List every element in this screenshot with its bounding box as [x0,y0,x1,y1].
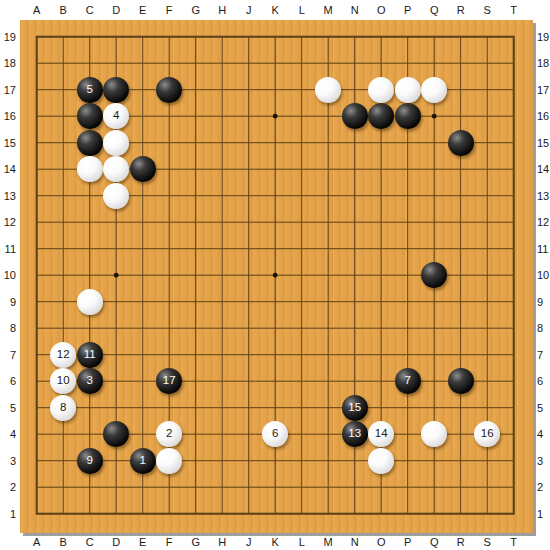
stone-black-N5: 15 [342,395,368,421]
stone-black-C16 [77,103,103,129]
column-label-bottom-O: O [371,535,391,549]
row-label-right-19: 19 [537,30,550,44]
column-label-bottom-T: T [504,535,524,549]
move-number: 9 [86,455,92,467]
stone-black-P16 [395,103,421,129]
stone-white-S4: 16 [474,421,500,447]
column-label-top-D: D [106,3,126,17]
row-label-left-12: 12 [0,215,16,229]
row-label-right-9: 9 [537,295,550,309]
row-label-right-4: 4 [537,427,550,441]
row-label-left-3: 3 [0,454,16,468]
row-label-right-6: 6 [537,374,550,388]
stone-white-P17 [395,77,421,103]
column-label-top-A: A [27,3,47,17]
column-label-top-G: G [186,3,206,17]
column-label-bottom-E: E [133,535,153,549]
stone-black-P6: 7 [395,368,421,394]
column-label-bottom-K: K [265,535,285,549]
column-label-bottom-C: C [80,535,100,549]
stone-black-R6 [448,368,474,394]
column-label-top-R: R [451,3,471,17]
column-label-top-E: E [133,3,153,17]
row-label-right-18: 18 [537,56,550,70]
row-label-left-9: 9 [0,295,16,309]
column-label-top-M: M [318,3,338,17]
stone-white-D13 [103,183,129,209]
row-label-left-13: 13 [0,189,16,203]
stone-black-C6: 3 [77,368,103,394]
stone-black-Q10 [421,262,447,288]
move-number: 10 [57,375,70,387]
row-label-left-11: 11 [0,242,16,256]
go-diagram: 5717113911513412108261416 AABBCCDDEEFFGG… [0,0,550,550]
stone-black-D17 [103,77,129,103]
row-label-left-2: 2 [0,480,16,494]
move-number: 5 [86,84,92,96]
row-label-left-15: 15 [0,136,16,150]
move-number: 15 [348,402,361,414]
stone-white-F4: 2 [156,421,182,447]
move-number: 11 [84,349,96,361]
stone-white-O4: 14 [368,421,394,447]
row-label-right-2: 2 [537,480,550,494]
stone-black-R15 [448,130,474,156]
column-label-top-C: C [80,3,100,17]
move-number: 17 [163,375,176,387]
move-number: 14 [375,428,388,440]
column-label-bottom-R: R [451,535,471,549]
column-label-bottom-A: A [27,535,47,549]
stone-white-O17 [368,77,394,103]
move-number: 3 [86,375,92,387]
go-board: 5717113911513412108261416 [20,20,533,533]
column-label-top-O: O [371,3,391,17]
column-label-top-T: T [504,3,524,17]
move-number: 8 [60,402,66,414]
move-number: 12 [57,349,70,361]
move-number: 4 [113,110,119,122]
row-label-left-19: 19 [0,30,16,44]
stone-white-Q4 [421,421,447,447]
stone-white-F3 [156,448,182,474]
row-label-left-7: 7 [0,348,16,362]
column-label-bottom-N: N [345,535,365,549]
row-label-left-16: 16 [0,109,16,123]
column-label-top-S: S [477,3,497,17]
column-label-bottom-D: D [106,535,126,549]
stone-black-N4: 13 [342,421,368,447]
column-label-bottom-M: M [318,535,338,549]
column-label-top-H: H [212,3,232,17]
row-label-right-13: 13 [537,189,550,203]
stone-black-F6: 17 [156,368,182,394]
stone-white-Q17 [421,77,447,103]
stone-white-C14 [77,156,103,182]
stone-white-D14 [103,156,129,182]
stone-white-D16: 4 [103,103,129,129]
column-label-top-P: P [398,3,418,17]
column-label-top-L: L [292,3,312,17]
move-number: 2 [166,428,172,440]
move-number: 7 [404,375,410,387]
stone-black-N16 [342,103,368,129]
stone-white-K4: 6 [262,421,288,447]
row-label-right-1: 1 [537,507,550,521]
row-label-right-14: 14 [537,162,550,176]
row-label-right-17: 17 [537,83,550,97]
row-label-right-5: 5 [537,401,550,415]
move-number: 13 [348,428,361,440]
row-label-right-3: 3 [537,454,550,468]
row-label-right-16: 16 [537,109,550,123]
row-label-right-15: 15 [537,136,550,150]
row-label-right-8: 8 [537,321,550,335]
column-label-bottom-J: J [239,535,259,549]
column-label-top-N: N [345,3,365,17]
stone-white-O3 [368,448,394,474]
stone-black-E14 [130,156,156,182]
stone-white-B6: 10 [50,368,76,394]
column-label-bottom-H: H [212,535,232,549]
move-number: 16 [481,428,494,440]
row-label-left-4: 4 [0,427,16,441]
row-label-left-5: 5 [0,401,16,415]
row-label-left-6: 6 [0,374,16,388]
row-label-left-1: 1 [0,507,16,521]
column-label-bottom-S: S [477,535,497,549]
row-label-left-18: 18 [0,56,16,70]
column-label-top-J: J [239,3,259,17]
column-label-top-F: F [159,3,179,17]
stone-white-M17 [315,77,341,103]
row-label-left-17: 17 [0,83,16,97]
column-label-top-B: B [53,3,73,17]
row-label-right-12: 12 [537,215,550,229]
row-label-right-10: 10 [537,268,550,282]
move-number: 6 [272,428,278,440]
stone-white-B7: 12 [50,342,76,368]
row-label-left-14: 14 [0,162,16,176]
column-label-top-K: K [265,3,285,17]
stone-black-E3: 1 [130,448,156,474]
stone-white-D15 [103,130,129,156]
stone-black-C3: 9 [77,448,103,474]
stone-black-F17 [156,77,182,103]
row-label-left-10: 10 [0,268,16,282]
column-label-bottom-Q: Q [424,535,444,549]
stone-black-D4 [103,421,129,447]
row-label-right-7: 7 [537,348,550,362]
stone-black-C7: 11 [77,342,103,368]
stone-layer: 5717113911513412108261416 [23,23,527,527]
stone-black-C17: 5 [77,77,103,103]
column-label-bottom-L: L [292,535,312,549]
stone-white-C9 [77,289,103,315]
column-label-bottom-F: F [159,535,179,549]
column-label-bottom-G: G [186,535,206,549]
column-label-bottom-P: P [398,535,418,549]
stone-white-B5: 8 [50,395,76,421]
row-label-right-11: 11 [537,242,550,256]
stone-black-O16 [368,103,394,129]
column-label-top-Q: Q [424,3,444,17]
row-label-left-8: 8 [0,321,16,335]
column-label-bottom-B: B [53,535,73,549]
move-number: 1 [139,455,145,467]
stone-black-C15 [77,130,103,156]
